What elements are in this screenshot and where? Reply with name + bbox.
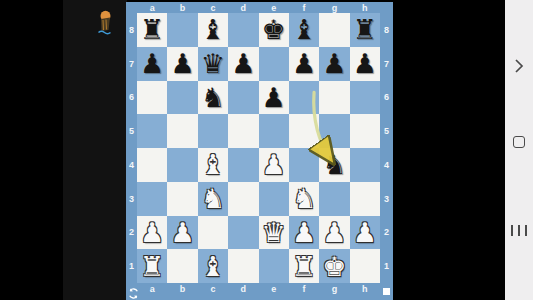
coord-label: 6 (380, 81, 393, 115)
square-f3[interactable]: ♞ (289, 182, 319, 216)
square-a7[interactable]: ♟ (137, 47, 167, 81)
square-c6[interactable]: ♞ (198, 81, 228, 115)
square-c3[interactable]: ♞ (198, 182, 228, 216)
square-h4[interactable] (350, 148, 380, 182)
black-rook-a8[interactable]: ♜ (137, 13, 167, 47)
square-h1[interactable] (350, 249, 380, 283)
white-rook-a1[interactable]: ♜ (137, 249, 167, 283)
coord-label: 1 (126, 249, 137, 283)
coord-label: 8 (126, 13, 137, 47)
square-f6[interactable] (289, 81, 319, 115)
square-b1[interactable] (167, 249, 197, 283)
square-e8[interactable]: ♚ (259, 13, 289, 47)
black-pawn-d7[interactable]: ♟ (228, 47, 258, 81)
coord-label: 4 (380, 148, 393, 182)
square-h7[interactable]: ♟ (350, 47, 380, 81)
square-a4[interactable] (137, 148, 167, 182)
square-d1[interactable] (228, 249, 258, 283)
white-knight-f3[interactable]: ♞ (289, 182, 319, 216)
square-b5[interactable] (167, 114, 197, 148)
black-pawn-b7[interactable]: ♟ (167, 47, 197, 81)
square-b2[interactable]: ♟ (167, 216, 197, 250)
white-king-g1[interactable]: ♚ (319, 249, 349, 283)
black-king-e8[interactable]: ♚ (259, 13, 289, 47)
square-b6[interactable] (167, 81, 197, 115)
video-frame: abcdefgh abcdefgh 87654321 87654321 ♜♝♚♝… (0, 0, 533, 300)
coord-label: a (137, 283, 167, 300)
square-a5[interactable] (137, 114, 167, 148)
file-labels-bottom: abcdefgh (137, 283, 380, 300)
square-b4[interactable] (167, 148, 197, 182)
square-e5[interactable] (259, 114, 289, 148)
square-d7[interactable]: ♟ (228, 47, 258, 81)
chess-board[interactable]: abcdefgh abcdefgh 87654321 87654321 ♜♝♚♝… (126, 2, 393, 300)
square-f2[interactable]: ♟ (289, 216, 319, 250)
square-f4[interactable] (289, 148, 319, 182)
square-a8[interactable]: ♜ (137, 13, 167, 47)
square-c8[interactable]: ♝ (198, 13, 228, 47)
recent-apps-icon[interactable] (505, 224, 533, 237)
square-g2[interactable]: ♟ (319, 216, 349, 250)
coord-label: 3 (380, 182, 393, 216)
app-logo-icon (95, 10, 114, 37)
black-rook-h8[interactable]: ♜ (350, 13, 380, 47)
square-d5[interactable] (228, 114, 258, 148)
square-d8[interactable] (228, 13, 258, 47)
white-knight-c3[interactable]: ♞ (198, 182, 228, 216)
black-pawn-h7[interactable]: ♟ (350, 47, 380, 81)
left-letterbox (63, 0, 127, 300)
square-g1[interactable]: ♚ (319, 249, 349, 283)
square-c2[interactable] (198, 216, 228, 250)
white-pawn-e4[interactable]: ♟ (259, 148, 289, 182)
coord-label: 6 (126, 81, 137, 115)
coord-label: g (319, 283, 349, 300)
square-e7[interactable] (259, 47, 289, 81)
square-b3[interactable] (167, 182, 197, 216)
square-h8[interactable]: ♜ (350, 13, 380, 47)
coord-label: d (228, 283, 258, 300)
square-e2[interactable]: ♛ (259, 216, 289, 250)
square-f7[interactable]: ♟ (289, 47, 319, 81)
coord-label: 5 (380, 114, 393, 148)
black-pawn-g7[interactable]: ♟ (319, 47, 349, 81)
square-a1[interactable]: ♜ (137, 249, 167, 283)
back-chevron-icon[interactable] (505, 58, 533, 74)
black-knight-g4[interactable]: ♞ (319, 148, 349, 182)
home-button-icon[interactable] (505, 135, 533, 149)
white-bishop-c1[interactable]: ♝ (198, 249, 228, 283)
coord-label: c (198, 283, 228, 300)
square-f1[interactable]: ♜ (289, 249, 319, 283)
coord-label: 4 (126, 148, 137, 182)
square-b7[interactable]: ♟ (167, 47, 197, 81)
flip-board-icon[interactable] (128, 288, 139, 299)
square-g5[interactable] (319, 114, 349, 148)
coord-label: e (259, 283, 289, 300)
square-d3[interactable] (228, 182, 258, 216)
square-h3[interactable] (350, 182, 380, 216)
square-h5[interactable] (350, 114, 380, 148)
coord-label: 7 (126, 47, 137, 81)
square-a3[interactable] (137, 182, 167, 216)
android-nav-bar (505, 0, 533, 300)
square-e4[interactable]: ♟ (259, 148, 289, 182)
coord-label: 8 (380, 13, 393, 47)
square-e1[interactable] (259, 249, 289, 283)
black-queen-c7[interactable]: ♛ (198, 47, 228, 81)
black-knight-c6[interactable]: ♞ (198, 81, 228, 115)
white-rook-f1[interactable]: ♜ (289, 249, 319, 283)
white-queen-e2[interactable]: ♛ (259, 216, 289, 250)
square-a2[interactable]: ♟ (137, 216, 167, 250)
coord-label: 5 (126, 114, 137, 148)
white-pawn-b2[interactable]: ♟ (167, 216, 197, 250)
square-f8[interactable]: ♝ (289, 13, 319, 47)
square-c7[interactable]: ♛ (198, 47, 228, 81)
black-pawn-a7[interactable]: ♟ (137, 47, 167, 81)
square-e6[interactable]: ♟ (259, 81, 289, 115)
coord-label: 2 (380, 216, 393, 250)
square-g6[interactable] (319, 81, 349, 115)
black-pawn-f7[interactable]: ♟ (289, 47, 319, 81)
square-d4[interactable] (228, 148, 258, 182)
white-pawn-a2[interactable]: ♟ (137, 216, 167, 250)
coord-label: 2 (126, 216, 137, 250)
coord-label: 7 (380, 47, 393, 81)
rank-labels-right: 87654321 (380, 13, 393, 283)
square-h6[interactable] (350, 81, 380, 115)
square-h2[interactable]: ♟ (350, 216, 380, 250)
square-g7[interactable]: ♟ (319, 47, 349, 81)
board-squares: ♜♝♚♝♜♟♟♛♟♟♟♟♞♟♝♟♞♞♞♟♟♛♟♟♟♜♝♜♚ (137, 13, 380, 283)
coord-label: b (167, 283, 197, 300)
white-pawn-h2[interactable]: ♟ (350, 216, 380, 250)
black-pawn-e6[interactable]: ♟ (259, 81, 289, 115)
square-a6[interactable] (137, 81, 167, 115)
square-g3[interactable] (319, 182, 349, 216)
square-d6[interactable] (228, 81, 258, 115)
square-e3[interactable] (259, 182, 289, 216)
square-c4[interactable]: ♝ (198, 148, 228, 182)
square-g8[interactable] (319, 13, 349, 47)
square-c1[interactable]: ♝ (198, 249, 228, 283)
black-bishop-c8[interactable]: ♝ (198, 13, 228, 47)
corner-square-icon[interactable] (383, 288, 390, 295)
square-d2[interactable] (228, 216, 258, 250)
square-b8[interactable] (167, 13, 197, 47)
coord-label: 1 (380, 249, 393, 283)
white-pawn-g2[interactable]: ♟ (319, 216, 349, 250)
file-labels-top: abcdefgh (137, 2, 380, 13)
white-pawn-f2[interactable]: ♟ (289, 216, 319, 250)
rank-labels-left: 87654321 (126, 13, 137, 283)
square-f5[interactable] (289, 114, 319, 148)
coord-label: 3 (126, 182, 137, 216)
coord-label: f (289, 283, 319, 300)
square-c5[interactable] (198, 114, 228, 148)
coord-label: h (350, 283, 380, 300)
black-bishop-f8[interactable]: ♝ (289, 13, 319, 47)
white-bishop-c4[interactable]: ♝ (198, 148, 228, 182)
square-g4[interactable]: ♞ (319, 148, 349, 182)
